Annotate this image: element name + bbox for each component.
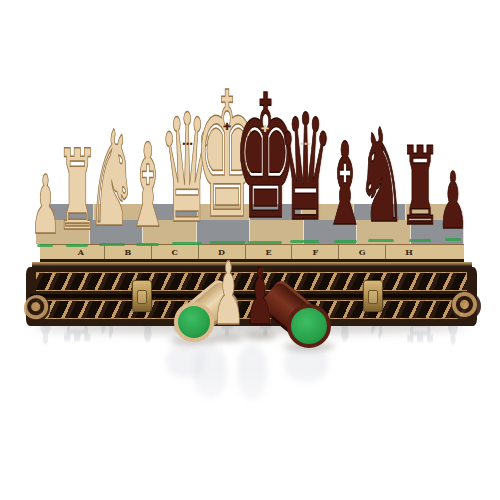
felt-base-line (172, 242, 202, 245)
brass-clasp-right (363, 280, 383, 312)
felt-base-line (136, 243, 159, 246)
reflection-front-piece (284, 346, 328, 382)
felt-base-line (445, 238, 461, 241)
queen-finial-light: ••• (293, 141, 317, 149)
felt-base-line (368, 239, 394, 242)
king-finial-light: ✚ (253, 124, 277, 134)
felt-base-line (248, 241, 282, 244)
king-finial-dark: ✚ (215, 122, 239, 132)
brass-clasp-left (132, 280, 152, 312)
rosette-carving-left (24, 295, 50, 321)
queen-finial-dark: ••• (175, 141, 199, 149)
felt-base-line (334, 240, 357, 243)
piece-front-white-pawn: ♟ (210, 251, 247, 338)
piece-front-dark-pawn: ♟ (244, 258, 277, 336)
reflection-front-piece (166, 344, 206, 378)
felt-base-line (66, 244, 88, 247)
reflection-front-piece (237, 344, 267, 400)
felt-base-line (99, 243, 125, 246)
chess-set-photo: ♟♜♞♝♛♚♚♛♝♞♜♟ ABCDEFGH ♟♜♞♝♛•••♚✚♚✚♛•••♝♞… (0, 0, 500, 500)
felt-base-line (409, 239, 431, 242)
rosette-carving-right (451, 291, 481, 321)
tipped-white-piece-felt-base (174, 302, 214, 342)
piece-dark-pawn: ♟ (437, 162, 470, 240)
tipped-dark-piece-felt-base (287, 304, 331, 348)
felt-base-line (290, 240, 319, 243)
felt-base-line (37, 244, 53, 247)
